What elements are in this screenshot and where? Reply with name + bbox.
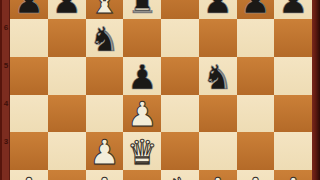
white-bishop-c7[interactable]: ♝	[89, 0, 119, 18]
square-g7[interactable]: ♟	[237, 0, 275, 19]
square-h3[interactable]	[274, 132, 312, 170]
square-h2[interactable]: ♟	[274, 170, 312, 180]
rank-label-6: 6	[2, 23, 10, 32]
square-d4[interactable]: ♟	[123, 95, 161, 133]
square-a2[interactable]: ♟	[10, 170, 48, 180]
square-e3[interactable]	[161, 132, 199, 170]
square-c2[interactable]: ♟	[86, 170, 124, 180]
board-border-right	[312, 0, 320, 180]
square-c5[interactable]	[86, 57, 124, 95]
square-g4[interactable]	[237, 95, 275, 133]
square-e4[interactable]	[161, 95, 199, 133]
black-pawn-g7[interactable]: ♟	[240, 0, 270, 18]
rank-label-5: 5	[2, 61, 10, 70]
square-g5[interactable]	[237, 57, 275, 95]
square-d6[interactable]	[123, 19, 161, 57]
square-h6[interactable]	[274, 19, 312, 57]
white-pawn-c2[interactable]: ♟	[89, 173, 119, 180]
white-pawn-c3[interactable]: ♟	[89, 135, 119, 169]
black-knight-c6[interactable]: ♞	[89, 22, 119, 56]
square-e6[interactable]	[161, 19, 199, 57]
square-b6[interactable]	[48, 19, 86, 57]
square-g6[interactable]	[237, 19, 275, 57]
black-pawn-f7[interactable]: ♟	[202, 0, 232, 18]
square-e7[interactable]	[161, 0, 199, 19]
white-pawn-d4[interactable]: ♟	[127, 97, 157, 131]
square-c3[interactable]: ♟	[86, 132, 124, 170]
square-f5[interactable]: ♞	[199, 57, 237, 95]
square-b3[interactable]	[48, 132, 86, 170]
square-b2[interactable]	[48, 170, 86, 180]
white-queen-d3[interactable]: ♛	[127, 135, 157, 169]
square-h4[interactable]	[274, 95, 312, 133]
square-a7[interactable]: ♟	[10, 0, 48, 19]
white-pawn-f2[interactable]: ♟	[202, 173, 232, 180]
square-f6[interactable]	[199, 19, 237, 57]
square-a4[interactable]	[10, 95, 48, 133]
black-pawn-b7[interactable]: ♟	[51, 0, 81, 18]
black-pawn-a7[interactable]: ♟	[14, 0, 44, 18]
black-pawn-h7[interactable]: ♟	[278, 0, 308, 18]
square-g2[interactable]: ♟	[237, 170, 275, 180]
square-c4[interactable]	[86, 95, 124, 133]
white-knight-e2[interactable]: ♞	[165, 173, 195, 180]
square-b7[interactable]: ♟	[48, 0, 86, 19]
square-d5[interactable]: ♟	[123, 57, 161, 95]
chess-board-screenshot: ♟♟♝♜♟♟♟♞♟♞♟♟♛♟♟♞♟♟♟ 6543	[0, 0, 320, 180]
square-f2[interactable]: ♟	[199, 170, 237, 180]
white-pawn-g2[interactable]: ♟	[240, 173, 270, 180]
square-c7[interactable]: ♝	[86, 0, 124, 19]
chess-board: ♟♟♝♜♟♟♟♞♟♞♟♟♛♟♟♞♟♟♟	[10, 0, 312, 180]
square-g3[interactable]	[237, 132, 275, 170]
square-e2[interactable]: ♞	[161, 170, 199, 180]
black-rook-d7[interactable]: ♜	[127, 0, 157, 18]
square-f4[interactable]	[199, 95, 237, 133]
black-knight-f5[interactable]: ♞	[202, 60, 232, 94]
square-a5[interactable]	[10, 57, 48, 95]
rank-label-3: 3	[2, 137, 10, 146]
rank-label-4: 4	[2, 99, 10, 108]
white-pawn-h2[interactable]: ♟	[278, 173, 308, 180]
square-c6[interactable]: ♞	[86, 19, 124, 57]
square-e5[interactable]	[161, 57, 199, 95]
square-a6[interactable]	[10, 19, 48, 57]
square-a3[interactable]	[10, 132, 48, 170]
square-f7[interactable]: ♟	[199, 0, 237, 19]
square-d7[interactable]: ♜	[123, 0, 161, 19]
square-b4[interactable]	[48, 95, 86, 133]
square-f3[interactable]	[199, 132, 237, 170]
square-h7[interactable]: ♟	[274, 0, 312, 19]
square-h5[interactable]	[274, 57, 312, 95]
white-pawn-a2[interactable]: ♟	[14, 173, 44, 180]
black-pawn-d5[interactable]: ♟	[127, 60, 157, 94]
square-d3[interactable]: ♛	[123, 132, 161, 170]
square-b5[interactable]	[48, 57, 86, 95]
